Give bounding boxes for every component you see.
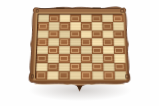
square-e1[interactable] bbox=[81, 71, 92, 80]
square-b4[interactable] bbox=[47, 46, 58, 54]
square-e2[interactable] bbox=[81, 63, 92, 71]
square-c5[interactable] bbox=[59, 38, 70, 46]
square-c8[interactable] bbox=[59, 15, 70, 23]
square-h3[interactable] bbox=[114, 54, 125, 62]
square-f5[interactable] bbox=[91, 38, 102, 46]
square-d6[interactable] bbox=[70, 30, 81, 38]
corner-motif-icon bbox=[30, 74, 34, 78]
square-h2[interactable] bbox=[114, 63, 125, 71]
square-a8[interactable] bbox=[38, 15, 49, 23]
square-h4[interactable] bbox=[113, 46, 124, 54]
square-a7[interactable] bbox=[37, 22, 48, 30]
square-c2[interactable] bbox=[58, 63, 69, 71]
square-a1[interactable] bbox=[35, 71, 47, 80]
square-e5[interactable] bbox=[80, 38, 91, 46]
square-a4[interactable] bbox=[36, 46, 47, 54]
square-f8[interactable] bbox=[91, 15, 102, 23]
square-f2[interactable] bbox=[92, 63, 103, 71]
square-d2[interactable] bbox=[69, 63, 80, 71]
square-g3[interactable] bbox=[103, 54, 114, 62]
square-g2[interactable] bbox=[103, 63, 114, 71]
lid-seam bbox=[39, 8, 121, 9]
square-e8[interactable] bbox=[80, 15, 91, 23]
hinge-icon bbox=[56, 7, 65, 9]
square-g1[interactable] bbox=[103, 71, 114, 80]
square-e3[interactable] bbox=[81, 54, 92, 62]
square-b5[interactable] bbox=[48, 38, 59, 46]
square-g6[interactable] bbox=[102, 30, 113, 38]
square-d1[interactable] bbox=[69, 71, 80, 80]
square-b7[interactable] bbox=[48, 22, 59, 30]
square-b2[interactable] bbox=[47, 63, 58, 71]
square-h1[interactable] bbox=[114, 71, 126, 80]
square-d8[interactable] bbox=[70, 15, 81, 23]
hinge-icon bbox=[92, 7, 101, 9]
square-h5[interactable] bbox=[113, 38, 124, 46]
square-c4[interactable] bbox=[58, 46, 69, 54]
corner-motif-icon bbox=[125, 74, 129, 78]
square-h8[interactable] bbox=[112, 15, 123, 23]
square-a6[interactable] bbox=[37, 30, 48, 38]
square-b3[interactable] bbox=[47, 54, 58, 62]
square-e4[interactable] bbox=[80, 46, 91, 54]
chess-board bbox=[27, 4, 132, 93]
square-g5[interactable] bbox=[102, 38, 113, 46]
square-a2[interactable] bbox=[36, 63, 47, 71]
square-d7[interactable] bbox=[70, 22, 81, 30]
corner-motif-icon bbox=[35, 9, 38, 12]
square-a3[interactable] bbox=[36, 54, 47, 62]
square-d3[interactable] bbox=[69, 54, 80, 62]
square-e6[interactable] bbox=[80, 30, 91, 38]
product-photo bbox=[0, 0, 159, 106]
square-f1[interactable] bbox=[92, 71, 103, 80]
square-h7[interactable] bbox=[113, 22, 124, 30]
square-f3[interactable] bbox=[92, 54, 103, 62]
square-c1[interactable] bbox=[58, 71, 69, 80]
square-h6[interactable] bbox=[113, 30, 124, 38]
square-d5[interactable] bbox=[70, 38, 81, 46]
board-grid bbox=[34, 14, 124, 79]
square-b1[interactable] bbox=[47, 71, 58, 80]
square-c7[interactable] bbox=[59, 22, 70, 30]
square-g4[interactable] bbox=[102, 46, 113, 54]
square-f6[interactable] bbox=[91, 30, 102, 38]
square-b6[interactable] bbox=[48, 30, 59, 38]
square-f7[interactable] bbox=[91, 22, 102, 30]
square-c3[interactable] bbox=[58, 54, 69, 62]
square-f4[interactable] bbox=[91, 46, 102, 54]
square-b8[interactable] bbox=[48, 15, 59, 23]
square-c6[interactable] bbox=[59, 30, 70, 38]
square-d4[interactable] bbox=[69, 46, 80, 54]
square-g7[interactable] bbox=[102, 22, 113, 30]
square-a5[interactable] bbox=[37, 38, 48, 46]
square-e7[interactable] bbox=[80, 22, 91, 30]
corner-motif-icon bbox=[120, 9, 123, 12]
square-g8[interactable] bbox=[102, 15, 113, 23]
